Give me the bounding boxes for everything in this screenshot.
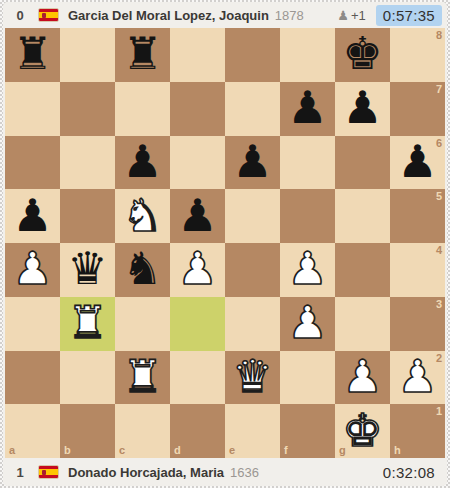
- top-player-rating: 1878: [275, 8, 304, 23]
- file-label-b: b: [64, 445, 71, 456]
- square-d1[interactable]: d: [170, 404, 225, 458]
- square-d8[interactable]: [170, 28, 225, 82]
- file-label-a: a: [9, 445, 15, 456]
- top-player-clock: 0:57:35: [376, 5, 442, 26]
- square-h4[interactable]: 4: [390, 243, 445, 297]
- square-a2[interactable]: [5, 351, 60, 405]
- square-f5[interactable]: [280, 189, 335, 243]
- square-h6[interactable]: ♟6: [390, 136, 445, 190]
- square-e8[interactable]: [225, 28, 280, 82]
- board[interactable]: ♜♜♚8♟♟7♟♟♟6♟♞♟5♟♛♞♟♟4♜♟3♜♛♟♟2abcdef♚gh1: [5, 28, 445, 458]
- square-g8[interactable]: ♚: [335, 28, 390, 82]
- square-c6[interactable]: ♟: [115, 136, 170, 190]
- square-d5[interactable]: ♟: [170, 189, 225, 243]
- white-pawn[interactable]: ♟: [177, 246, 217, 291]
- rank-label-7: 7: [436, 84, 442, 95]
- file-label-f: f: [284, 445, 288, 456]
- square-a4[interactable]: ♟: [5, 243, 60, 297]
- rank-label-8: 8: [436, 30, 442, 41]
- square-c4[interactable]: ♞: [115, 243, 170, 297]
- file-label-d: d: [174, 445, 181, 456]
- square-e6[interactable]: ♟: [225, 136, 280, 190]
- file-label-g: g: [339, 445, 346, 456]
- square-b2[interactable]: [60, 351, 115, 405]
- square-h7[interactable]: 7: [390, 82, 445, 136]
- square-b8[interactable]: [60, 28, 115, 82]
- square-e5[interactable]: [225, 189, 280, 243]
- rank-label-6: 6: [436, 138, 442, 149]
- square-e4[interactable]: [225, 243, 280, 297]
- square-b6[interactable]: [60, 136, 115, 190]
- square-e2[interactable]: ♛: [225, 351, 280, 405]
- black-pawn[interactable]: ♟: [287, 85, 327, 130]
- white-pawn[interactable]: ♟: [287, 300, 327, 345]
- square-f4[interactable]: ♟: [280, 243, 335, 297]
- white-pawn[interactable]: ♟: [12, 246, 52, 291]
- black-pawn[interactable]: ♟: [12, 193, 52, 238]
- square-g6[interactable]: [335, 136, 390, 190]
- black-king[interactable]: ♚: [342, 31, 382, 76]
- square-d4[interactable]: ♟: [170, 243, 225, 297]
- rank-label-1: 1: [436, 406, 442, 417]
- square-a7[interactable]: [5, 82, 60, 136]
- square-g7[interactable]: ♟: [335, 82, 390, 136]
- black-pawn[interactable]: ♟: [177, 193, 217, 238]
- square-a6[interactable]: [5, 136, 60, 190]
- pawn-icon: ♟: [337, 8, 349, 23]
- square-f2[interactable]: [280, 351, 335, 405]
- white-pawn[interactable]: ♟: [287, 246, 327, 291]
- square-h5[interactable]: 5: [390, 189, 445, 243]
- bottom-game-index: 1: [12, 465, 28, 480]
- square-f6[interactable]: [280, 136, 335, 190]
- black-pawn[interactable]: ♟: [342, 85, 382, 130]
- square-h3[interactable]: 3: [390, 297, 445, 351]
- rank-label-4: 4: [436, 245, 442, 256]
- black-pawn[interactable]: ♟: [232, 139, 272, 184]
- square-c7[interactable]: [115, 82, 170, 136]
- white-pawn[interactable]: ♟: [342, 354, 382, 399]
- file-label-h: h: [394, 445, 401, 456]
- white-rook[interactable]: ♜: [67, 300, 107, 345]
- spain-flag-icon: [38, 8, 59, 22]
- black-knight[interactable]: ♞: [122, 246, 162, 291]
- rank-label-5: 5: [436, 191, 442, 202]
- square-e3[interactable]: [225, 297, 280, 351]
- top-player-bar: 0 Garcia Del Moral Lopez, Joaquin 1878 ♟…: [3, 2, 447, 28]
- material-advantage-value: +1: [351, 8, 366, 23]
- spain-flag-icon: [38, 465, 59, 479]
- square-g5[interactable]: [335, 189, 390, 243]
- material-advantage: ♟ +1: [337, 8, 365, 23]
- white-rook[interactable]: ♜: [122, 354, 162, 399]
- square-c8[interactable]: ♜: [115, 28, 170, 82]
- square-b5[interactable]: [60, 189, 115, 243]
- square-g2[interactable]: ♟: [335, 351, 390, 405]
- file-label-e: e: [229, 445, 235, 456]
- square-e1[interactable]: e: [225, 404, 280, 458]
- square-d6[interactable]: [170, 136, 225, 190]
- bottom-player-name: Donado Horcajada, Maria: [68, 465, 224, 480]
- square-g4[interactable]: [335, 243, 390, 297]
- top-game-index: 0: [12, 8, 28, 23]
- square-f7[interactable]: ♟: [280, 82, 335, 136]
- white-queen[interactable]: ♛: [232, 354, 272, 399]
- black-pawn[interactable]: ♟: [122, 139, 162, 184]
- square-c5[interactable]: ♞: [115, 189, 170, 243]
- square-h8[interactable]: 8: [390, 28, 445, 82]
- square-d3[interactable]: [170, 297, 225, 351]
- rank-label-2: 2: [436, 353, 442, 364]
- square-b4[interactable]: ♛: [60, 243, 115, 297]
- square-h2[interactable]: ♟2: [390, 351, 445, 405]
- black-rook[interactable]: ♜: [122, 31, 162, 76]
- file-label-c: c: [119, 445, 125, 456]
- square-e7[interactable]: [225, 82, 280, 136]
- square-a5[interactable]: ♟: [5, 189, 60, 243]
- square-g3[interactable]: [335, 297, 390, 351]
- square-d2[interactable]: [170, 351, 225, 405]
- square-d7[interactable]: [170, 82, 225, 136]
- square-h1[interactable]: h1: [390, 404, 445, 458]
- bottom-player-rating: 1636: [230, 465, 259, 480]
- square-b7[interactable]: [60, 82, 115, 136]
- white-knight[interactable]: ♞: [122, 193, 162, 238]
- square-f8[interactable]: [280, 28, 335, 82]
- square-c1[interactable]: c: [115, 404, 170, 458]
- white-king[interactable]: ♚: [342, 408, 382, 453]
- square-b3[interactable]: ♜: [60, 297, 115, 351]
- square-f1[interactable]: f: [280, 404, 335, 458]
- bottom-player-clock: 0:32:08: [376, 462, 442, 483]
- square-a3[interactable]: [5, 297, 60, 351]
- bottom-player-bar: 1 Donado Horcajada, Maria 1636 0:32:08: [3, 458, 447, 486]
- white-pawn[interactable]: ♟: [397, 354, 437, 399]
- top-player-name: Garcia Del Moral Lopez, Joaquin: [68, 8, 269, 23]
- square-f3[interactable]: ♟: [280, 297, 335, 351]
- square-a1[interactable]: a: [5, 404, 60, 458]
- square-b1[interactable]: b: [60, 404, 115, 458]
- black-rook[interactable]: ♜: [12, 31, 52, 76]
- square-a8[interactable]: ♜: [5, 28, 60, 82]
- black-queen[interactable]: ♛: [67, 246, 107, 291]
- square-c2[interactable]: ♜: [115, 351, 170, 405]
- square-c3[interactable]: [115, 297, 170, 351]
- chess-app-window: 0 Garcia Del Moral Lopez, Joaquin 1878 ♟…: [3, 2, 447, 486]
- square-g1[interactable]: ♚g: [335, 404, 390, 458]
- rank-label-3: 3: [436, 299, 442, 310]
- black-pawn[interactable]: ♟: [397, 139, 437, 184]
